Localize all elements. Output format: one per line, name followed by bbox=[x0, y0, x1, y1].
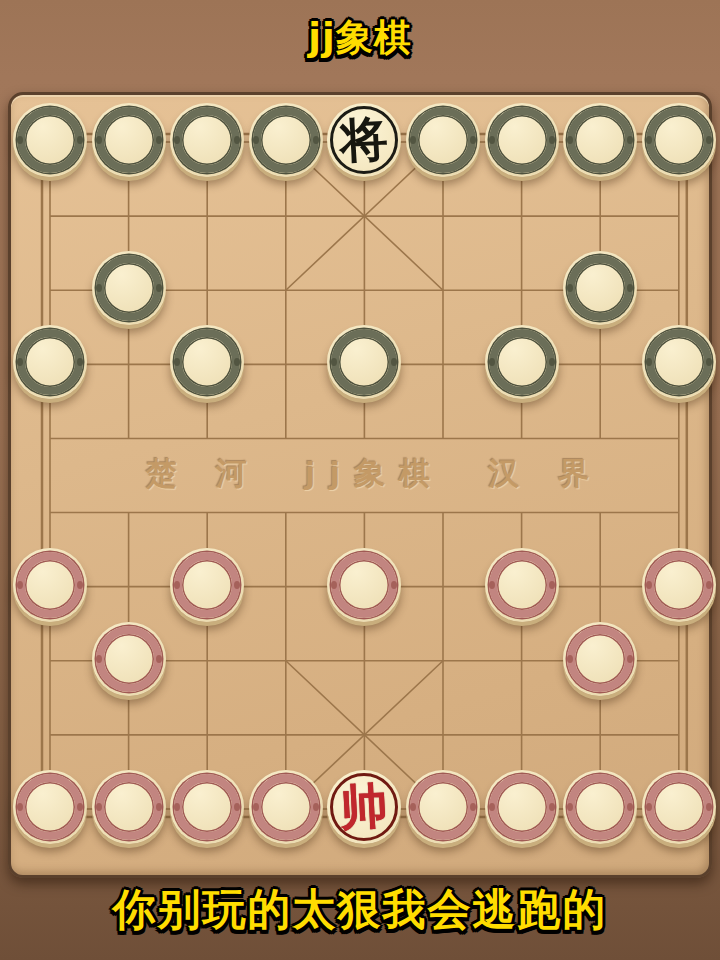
hidden-black-piece-f8r1[interactable] bbox=[563, 103, 637, 177]
face-down-ring bbox=[17, 774, 83, 840]
hidden-black-piece-f9r4[interactable] bbox=[642, 325, 716, 399]
face-down-ring bbox=[174, 774, 240, 840]
hidden-black-piece-f6r1[interactable] bbox=[406, 103, 480, 177]
face-down-ring bbox=[96, 107, 162, 173]
hidden-black-piece-f9r1[interactable] bbox=[642, 103, 716, 177]
face-down-ring bbox=[96, 774, 162, 840]
face-down-ring bbox=[489, 552, 555, 618]
face-down-ring bbox=[646, 329, 712, 395]
face-down-ring bbox=[410, 107, 476, 173]
face-down-ring bbox=[174, 552, 240, 618]
hidden-black-piece-f2r3[interactable] bbox=[92, 251, 166, 325]
hidden-red-piece-f2r10[interactable] bbox=[92, 770, 166, 844]
hidden-black-piece-f1r4[interactable] bbox=[13, 325, 87, 399]
face-down-ring bbox=[17, 552, 83, 618]
piece-layer: 将帅 bbox=[11, 95, 715, 881]
hidden-black-piece-f7r4[interactable] bbox=[485, 325, 559, 399]
face-down-ring bbox=[174, 107, 240, 173]
face-down-ring bbox=[17, 107, 83, 173]
face-down-ring bbox=[331, 329, 397, 395]
general-character: 将 bbox=[326, 101, 404, 179]
hidden-red-piece-f6r10[interactable] bbox=[406, 770, 480, 844]
hidden-red-piece-f8r8[interactable] bbox=[563, 622, 637, 696]
face-down-ring bbox=[17, 329, 83, 395]
face-down-ring bbox=[410, 774, 476, 840]
face-down-ring bbox=[96, 626, 162, 692]
face-down-ring bbox=[567, 774, 633, 840]
face-down-ring bbox=[646, 774, 712, 840]
hidden-black-piece-f5r4[interactable] bbox=[327, 325, 401, 399]
hidden-red-piece-f5r7[interactable] bbox=[327, 548, 401, 622]
face-down-ring bbox=[174, 329, 240, 395]
face-down-ring bbox=[567, 626, 633, 692]
subtitle-caption: 你别玩的太狠我会逃跑的 bbox=[0, 881, 720, 939]
hidden-red-piece-f4r10[interactable] bbox=[249, 770, 323, 844]
hidden-red-piece-f9r7[interactable] bbox=[642, 548, 716, 622]
hidden-red-piece-f1r10[interactable] bbox=[13, 770, 87, 844]
face-down-ring bbox=[646, 552, 712, 618]
hidden-red-piece-f3r10[interactable] bbox=[170, 770, 244, 844]
hidden-red-piece-f9r10[interactable] bbox=[642, 770, 716, 844]
face-down-ring bbox=[646, 107, 712, 173]
face-down-ring bbox=[489, 107, 555, 173]
hidden-black-piece-f2r1[interactable] bbox=[92, 103, 166, 177]
hidden-black-piece-f7r1[interactable] bbox=[485, 103, 559, 177]
face-down-ring bbox=[567, 107, 633, 173]
hidden-black-piece-f3r1[interactable] bbox=[170, 103, 244, 177]
hidden-red-piece-f2r8[interactable] bbox=[92, 622, 166, 696]
app-title: jj象棋 bbox=[0, 13, 720, 63]
face-down-ring bbox=[96, 255, 162, 321]
face-down-ring bbox=[253, 774, 319, 840]
hidden-black-piece-f4r1[interactable] bbox=[249, 103, 323, 177]
hidden-red-piece-f7r10[interactable] bbox=[485, 770, 559, 844]
xiangqi-board[interactable]: 楚 河 jj象棋 汉 界 将帅 bbox=[8, 92, 712, 878]
hidden-black-piece-f1r1[interactable] bbox=[13, 103, 87, 177]
hidden-black-piece-f3r4[interactable] bbox=[170, 325, 244, 399]
face-down-ring bbox=[567, 255, 633, 321]
face-down-ring bbox=[253, 107, 319, 173]
face-down-ring bbox=[489, 329, 555, 395]
hidden-red-piece-f3r7[interactable] bbox=[170, 548, 244, 622]
hidden-red-piece-f1r7[interactable] bbox=[13, 548, 87, 622]
face-down-ring bbox=[489, 774, 555, 840]
general-character: 帅 bbox=[326, 768, 404, 846]
hidden-red-piece-f7r7[interactable] bbox=[485, 548, 559, 622]
black-general-piece[interactable]: 将 bbox=[327, 103, 401, 177]
red-general-piece[interactable]: 帅 bbox=[327, 770, 401, 844]
hidden-black-piece-f8r3[interactable] bbox=[563, 251, 637, 325]
hidden-red-piece-f8r10[interactable] bbox=[563, 770, 637, 844]
face-down-ring bbox=[331, 552, 397, 618]
